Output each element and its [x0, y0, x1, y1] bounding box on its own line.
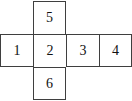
net-cell-face-5: 5 — [33, 1, 66, 34]
net-cell-face-2: 2 — [33, 34, 66, 67]
net-cell-face-3: 3 — [66, 34, 99, 67]
net-cell-face-4: 4 — [99, 34, 132, 67]
cube-net-grid: 5 1 2 3 4 6 — [0, 1, 132, 100]
net-cell-face-1: 1 — [0, 34, 33, 67]
net-cell-face-6: 6 — [33, 67, 66, 100]
